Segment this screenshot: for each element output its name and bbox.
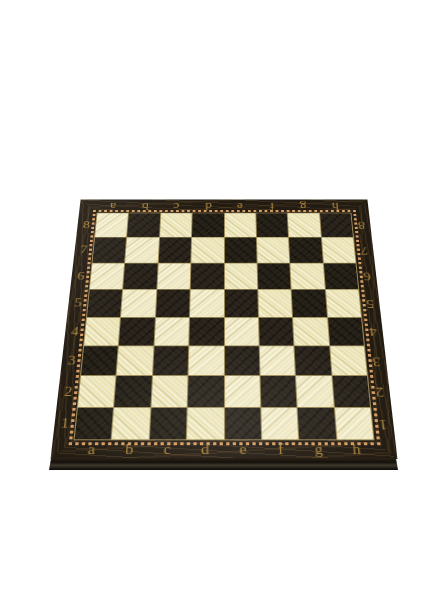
file-label: d — [192, 200, 224, 213]
square-g8 — [288, 213, 321, 237]
rank-label: 8 — [351, 213, 371, 238]
square-h4 — [328, 317, 364, 345]
square-f7 — [257, 238, 290, 263]
rank-label: 2 — [368, 376, 391, 407]
square-e4 — [225, 317, 259, 345]
square-c2 — [151, 376, 187, 406]
file-label: f — [256, 200, 288, 213]
file-label: b — [110, 440, 149, 459]
square-h3 — [330, 346, 367, 375]
square-f6 — [257, 263, 290, 289]
square-c4 — [154, 317, 189, 345]
file-label: h — [337, 440, 377, 459]
file-label: e — [224, 440, 262, 459]
square-b5 — [121, 290, 156, 317]
square-e6 — [224, 263, 257, 289]
file-label: e — [224, 200, 256, 213]
rank-label: 6 — [356, 263, 377, 290]
square-h5 — [326, 290, 361, 317]
square-b8 — [127, 213, 160, 237]
square-d1 — [187, 408, 223, 440]
photo-scene: abcdefgh abcdefgh 87654321 87654321 — [0, 0, 424, 600]
square-d4 — [189, 317, 223, 345]
file-label: b — [128, 200, 161, 213]
square-d6 — [191, 263, 224, 289]
file-labels-top: abcdefgh — [97, 200, 352, 213]
square-b1 — [112, 408, 150, 440]
square-c7 — [158, 238, 191, 263]
square-a3 — [81, 346, 118, 375]
square-g4 — [293, 317, 328, 345]
square-g2 — [296, 376, 333, 406]
square-f1 — [261, 408, 298, 440]
square-h6 — [324, 263, 359, 289]
square-h7 — [322, 238, 356, 263]
rank-label: 7 — [73, 237, 94, 263]
square-a6 — [90, 263, 125, 289]
rank-label: 5 — [67, 289, 89, 317]
chessboard: abcdefgh abcdefgh 87654321 87654321 — [51, 200, 398, 460]
rank-label: 8 — [76, 213, 96, 238]
square-b7 — [125, 238, 158, 263]
square-b3 — [117, 346, 153, 375]
squares-grid — [73, 213, 374, 441]
square-c1 — [150, 408, 187, 440]
square-e5 — [224, 290, 257, 317]
square-e3 — [225, 346, 260, 375]
square-d7 — [191, 238, 223, 263]
rank-label: 3 — [60, 346, 83, 376]
rank-label: 5 — [359, 289, 381, 317]
square-g1 — [298, 408, 336, 440]
square-d5 — [190, 290, 223, 317]
square-g6 — [291, 263, 325, 289]
rank-label: 1 — [53, 407, 77, 440]
square-a1 — [75, 408, 114, 440]
square-b2 — [115, 376, 152, 406]
square-h2 — [332, 376, 370, 406]
square-h8 — [320, 213, 353, 237]
square-g3 — [295, 346, 331, 375]
square-f3 — [260, 346, 296, 375]
rank-label: 4 — [64, 317, 86, 346]
rank-label: 6 — [70, 263, 91, 290]
square-a7 — [92, 238, 126, 263]
file-label: c — [160, 200, 192, 213]
square-c3 — [153, 346, 189, 375]
rank-label: 3 — [365, 346, 388, 376]
square-a4 — [84, 317, 120, 345]
square-d2 — [188, 376, 224, 406]
square-c6 — [157, 263, 190, 289]
square-f8 — [256, 213, 288, 237]
square-f2 — [260, 376, 296, 406]
square-b6 — [123, 263, 157, 289]
board-side-edge — [49, 458, 398, 470]
file-label: d — [186, 440, 224, 459]
square-f4 — [259, 317, 294, 345]
rank-label: 4 — [362, 317, 384, 346]
square-c5 — [156, 290, 190, 317]
square-b4 — [119, 317, 154, 345]
square-g5 — [292, 290, 327, 317]
file-label: f — [262, 440, 301, 459]
file-label: h — [319, 200, 352, 213]
rank-label: 2 — [57, 376, 80, 407]
square-c8 — [160, 213, 192, 237]
square-e1 — [225, 408, 261, 440]
square-a8 — [95, 213, 128, 237]
square-e2 — [225, 376, 261, 406]
file-label: g — [299, 440, 338, 459]
square-a5 — [87, 290, 122, 317]
square-h1 — [335, 408, 374, 440]
square-d8 — [192, 213, 223, 237]
square-g7 — [289, 238, 322, 263]
square-d3 — [189, 346, 224, 375]
square-e8 — [224, 213, 255, 237]
file-labels-bottom: abcdefgh — [72, 440, 377, 459]
file-label: a — [97, 200, 130, 213]
file-label: g — [287, 200, 320, 213]
rank-label: 7 — [354, 237, 375, 263]
file-label: c — [148, 440, 187, 459]
square-a2 — [78, 376, 116, 406]
square-e7 — [224, 238, 256, 263]
file-label: a — [72, 440, 112, 459]
square-f5 — [258, 290, 292, 317]
rank-label: 1 — [371, 407, 395, 440]
